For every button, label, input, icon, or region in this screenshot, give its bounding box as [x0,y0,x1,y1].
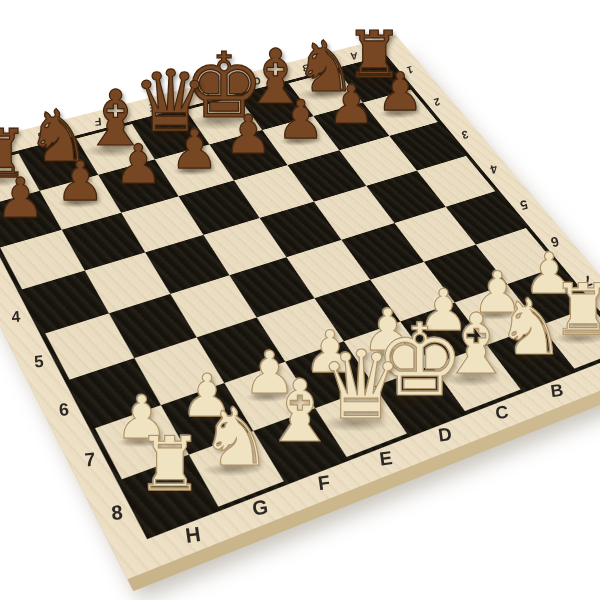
chess-board [0,35,600,579]
photo-stage: AABBCCDDEEFFGGHH1122334455667788♜♞♝♚♛♝♞♜… [0,0,600,600]
board-grid [0,58,600,533]
